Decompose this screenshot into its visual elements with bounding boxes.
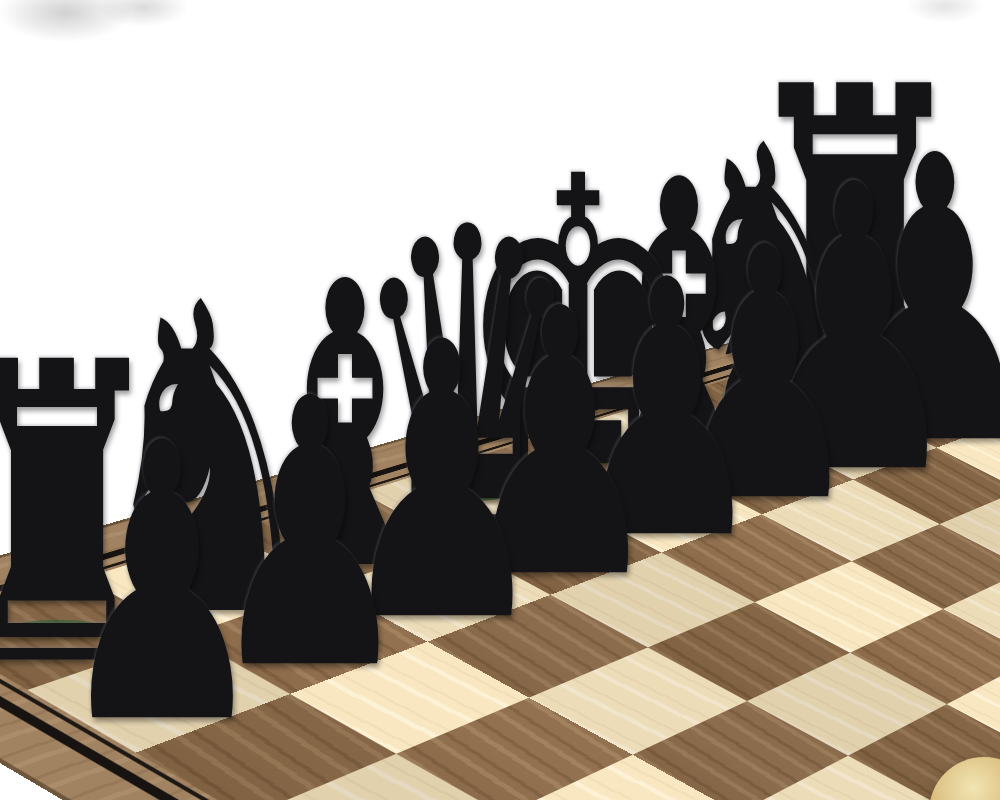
pieces-layer: ♜♞♝♛♚♝♞♜♟♟♟♟♟♟♟♟ [0,0,1000,800]
chess-set-photo: ♜♞♝♛♚♝♞♜♟♟♟♟♟♟♟♟ [0,0,1000,800]
piece-black-pawn-a7: ♟ [56,394,268,776]
